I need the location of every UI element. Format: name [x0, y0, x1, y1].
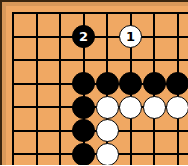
intersection-c3-r1[interactable] — [48, 1, 72, 25]
white-stone[interactable] — [143, 96, 166, 119]
intersection-c6-r3[interactable] — [119, 48, 143, 72]
black-stone[interactable] — [72, 72, 95, 95]
white-stone[interactable] — [119, 96, 142, 119]
intersection-c4-r3[interactable] — [72, 48, 96, 72]
intersection-c7-r6[interactable] — [142, 119, 166, 143]
intersection-c4-r6[interactable] — [72, 119, 96, 143]
white-stone-move-1[interactable]: 1 — [119, 25, 142, 48]
intersection-c6-r6[interactable] — [119, 119, 143, 143]
board-left-edge-line — [0, 0, 2, 165]
intersection-c4-r7[interactable] — [72, 142, 96, 165]
intersection-c1-r2[interactable] — [1, 25, 25, 49]
black-stone[interactable] — [119, 72, 142, 95]
black-stone[interactable] — [72, 96, 95, 119]
intersection-c2-r4[interactable] — [25, 72, 49, 96]
intersection-c8-r1[interactable] — [166, 1, 188, 25]
intersection-c3-r3[interactable] — [48, 48, 72, 72]
intersection-c5-r3[interactable] — [95, 48, 119, 72]
intersection-c3-r2[interactable] — [48, 25, 72, 49]
intersection-c8-r4[interactable] — [166, 72, 188, 96]
intersection-c7-r4[interactable] — [142, 72, 166, 96]
move-number: 2 — [79, 30, 88, 43]
intersection-c2-r2[interactable] — [25, 25, 49, 49]
intersection-c4-r2[interactable]: 2 — [72, 25, 96, 49]
white-stone[interactable] — [96, 119, 119, 142]
intersection-c6-r7[interactable] — [119, 142, 143, 165]
intersection-c8-r3[interactable] — [166, 48, 188, 72]
intersection-c3-r4[interactable] — [48, 72, 72, 96]
white-stone[interactable] — [166, 96, 188, 119]
intersection-c5-r1[interactable] — [95, 1, 119, 25]
black-stone-move-2[interactable]: 2 — [72, 25, 95, 48]
intersection-c7-r2[interactable] — [142, 25, 166, 49]
intersection-c2-r1[interactable] — [25, 1, 49, 25]
go-board-diagram: 21 — [0, 0, 188, 165]
black-stone[interactable] — [96, 72, 119, 95]
intersection-c1-r5[interactable] — [1, 95, 25, 119]
white-stone[interactable] — [96, 96, 119, 119]
intersection-c3-r5[interactable] — [48, 95, 72, 119]
intersection-c5-r4[interactable] — [95, 72, 119, 96]
intersection-c1-r7[interactable] — [1, 142, 25, 165]
intersection-c2-r7[interactable] — [25, 142, 49, 165]
intersection-c8-r5[interactable] — [166, 95, 188, 119]
intersection-c4-r1[interactable] — [72, 1, 96, 25]
intersection-c7-r5[interactable] — [142, 95, 166, 119]
intersection-c7-r7[interactable] — [142, 142, 166, 165]
intersection-c6-r5[interactable] — [119, 95, 143, 119]
intersection-c1-r3[interactable] — [1, 48, 25, 72]
intersection-c3-r6[interactable] — [48, 119, 72, 143]
intersection-c1-r1[interactable] — [1, 1, 25, 25]
intersection-c5-r7[interactable] — [95, 142, 119, 165]
white-stone[interactable] — [96, 143, 119, 166]
intersection-c2-r6[interactable] — [25, 119, 49, 143]
intersection-c7-r3[interactable] — [142, 48, 166, 72]
board-top-edge-line — [0, 0, 188, 2]
intersection-c6-r4[interactable] — [119, 72, 143, 96]
intersection-c4-r4[interactable] — [72, 72, 96, 96]
intersection-c7-r1[interactable] — [142, 1, 166, 25]
black-stone[interactable] — [72, 119, 95, 142]
intersection-c8-r7[interactable] — [166, 142, 188, 165]
intersection-c1-r4[interactable] — [1, 72, 25, 96]
move-number: 1 — [126, 30, 135, 43]
go-board[interactable]: 21 — [1, 1, 188, 165]
intersection-c2-r5[interactable] — [25, 95, 49, 119]
intersection-c5-r5[interactable] — [95, 95, 119, 119]
intersection-c1-r6[interactable] — [1, 119, 25, 143]
intersection-c3-r7[interactable] — [48, 142, 72, 165]
black-stone[interactable] — [166, 72, 188, 95]
intersection-c6-r2[interactable]: 1 — [119, 25, 143, 49]
intersection-c6-r1[interactable] — [119, 1, 143, 25]
intersection-c5-r2[interactable] — [95, 25, 119, 49]
intersection-c4-r5[interactable] — [72, 95, 96, 119]
intersection-c8-r6[interactable] — [166, 119, 188, 143]
intersection-c8-r2[interactable] — [166, 25, 188, 49]
intersection-c2-r3[interactable] — [25, 48, 49, 72]
black-stone[interactable] — [72, 143, 95, 166]
intersection-c5-r6[interactable] — [95, 119, 119, 143]
black-stone[interactable] — [143, 72, 166, 95]
